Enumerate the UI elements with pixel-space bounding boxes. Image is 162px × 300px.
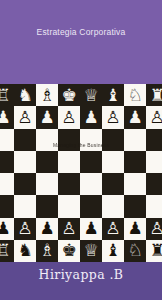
board-square: ♕	[80, 240, 102, 262]
board-square	[58, 151, 80, 173]
board-square: ♚	[58, 240, 80, 262]
book-title: Estrategia Corporativa	[0, 0, 162, 37]
chess-piece: ♞	[17, 242, 32, 259]
board-square	[36, 173, 58, 195]
chess-piece: ♝	[105, 242, 120, 259]
board-square	[102, 173, 124, 195]
chess-piece: ♟	[0, 108, 11, 125]
board-watermark-text: Managing the Business	[53, 142, 109, 148]
board-square: ♟	[124, 218, 146, 240]
chess-piece: ♖	[0, 242, 11, 259]
chess-piece: ♕	[83, 86, 98, 103]
chess-piece: ♙	[149, 108, 162, 125]
chess-piece: ♞	[17, 86, 32, 103]
chess-piece: ♙	[61, 220, 76, 237]
board-square: ♙	[14, 106, 36, 128]
board-square: ♗	[36, 84, 58, 106]
chess-piece: ♙	[105, 108, 120, 125]
board-square	[124, 173, 146, 195]
chess-piece: ♘	[127, 242, 142, 259]
board-square	[58, 173, 80, 195]
chess-piece: ♟	[83, 220, 98, 237]
board-square: ♜	[146, 84, 162, 106]
board-square	[36, 151, 58, 173]
board-square	[102, 151, 124, 173]
board-square	[58, 195, 80, 217]
board-square: ♟	[124, 106, 146, 128]
board-square: ♙	[102, 218, 124, 240]
board-square: ♟	[36, 218, 58, 240]
chess-piece: ♗	[39, 86, 54, 103]
board-square: ♙	[146, 218, 162, 240]
chessboard-image: ♖♞♗♚♕♝♘♜♟♙♟♙♟♙♟♙♟♙♟♙♟♙♟♙♖♞♗♚♕♝♘♜ Managin…	[0, 84, 162, 262]
board-square	[14, 195, 36, 217]
board-square	[14, 173, 36, 195]
author-name: Hiriyappa .B	[0, 262, 162, 282]
chess-piece: ♟	[127, 108, 142, 125]
board-square	[36, 195, 58, 217]
board-square	[14, 151, 36, 173]
chess-piece: ♙	[61, 108, 76, 125]
chess-piece: ♖	[0, 86, 11, 103]
board-square	[80, 195, 102, 217]
book-cover: Estrategia Corporativa ♖♞♗♚♕♝♘♜♟♙♟♙♟♙♟♙♟…	[0, 0, 162, 300]
board-square: ♘	[124, 84, 146, 106]
board-square: ♟	[80, 218, 102, 240]
board-square: ♝	[102, 84, 124, 106]
chess-piece: ♕	[83, 242, 98, 259]
chess-piece: ♟	[127, 220, 142, 237]
chess-piece: ♟	[39, 108, 54, 125]
chess-piece: ♗	[39, 242, 54, 259]
board-square: ♝	[102, 240, 124, 262]
chess-piece: ♚	[61, 86, 76, 103]
chess-piece: ♘	[127, 86, 142, 103]
board-square: ♙	[102, 106, 124, 128]
board-square	[124, 129, 146, 151]
board-square	[80, 173, 102, 195]
board-square: ♕	[80, 84, 102, 106]
board-square	[146, 173, 162, 195]
chess-piece: ♙	[105, 220, 120, 237]
board-square: ♙	[146, 106, 162, 128]
board-square: ♟	[80, 106, 102, 128]
chess-piece: ♙	[17, 108, 32, 125]
chess-piece: ♜	[149, 86, 162, 103]
board-square: ♗	[36, 240, 58, 262]
board-square	[0, 195, 14, 217]
board-square	[146, 151, 162, 173]
board-square: ♙	[58, 106, 80, 128]
chess-piece: ♜	[149, 242, 162, 259]
board-square: ♜	[146, 240, 162, 262]
chess-piece: ♙	[17, 220, 32, 237]
board-square	[146, 129, 162, 151]
board-square: ♟	[0, 218, 14, 240]
board-square: ♙	[14, 218, 36, 240]
board-square: ♙	[58, 218, 80, 240]
board-square: ♖	[0, 240, 14, 262]
board-square	[14, 129, 36, 151]
board-square: ♟	[36, 106, 58, 128]
board-square: ♘	[124, 240, 146, 262]
board-square	[0, 129, 14, 151]
board-square: ♞	[14, 240, 36, 262]
chess-piece: ♟	[83, 108, 98, 125]
board-square	[146, 195, 162, 217]
board-square	[124, 195, 146, 217]
top-title-band: Estrategia Corporativa	[0, 0, 162, 84]
board-square: ♞	[14, 84, 36, 106]
board-square	[80, 151, 102, 173]
chess-piece: ♚	[61, 242, 76, 259]
chess-piece: ♝	[105, 86, 120, 103]
chess-piece: ♙	[149, 220, 162, 237]
board-square: ♟	[0, 106, 14, 128]
chess-piece: ♟	[0, 220, 11, 237]
board-square: ♖	[0, 84, 14, 106]
chess-board: ♖♞♗♚♕♝♘♜♟♙♟♙♟♙♟♙♟♙♟♙♟♙♟♙♖♞♗♚♕♝♘♜	[0, 84, 162, 262]
board-square	[102, 195, 124, 217]
board-square	[124, 151, 146, 173]
board-square	[0, 151, 14, 173]
board-square	[0, 173, 14, 195]
chess-piece: ♟	[39, 220, 54, 237]
board-square: ♚	[58, 84, 80, 106]
bottom-author-band: Hiriyappa .B	[0, 262, 162, 300]
